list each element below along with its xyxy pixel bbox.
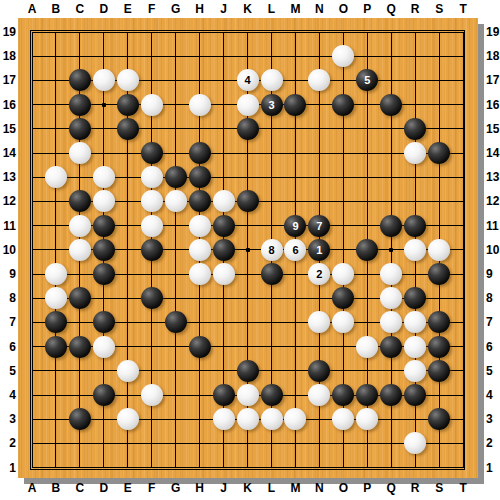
row-label-right: 4 <box>486 387 500 403</box>
stone-white[interactable] <box>117 408 139 430</box>
stone-black[interactable] <box>189 166 211 188</box>
move-number-label: 3 <box>261 94 283 116</box>
stone-black[interactable] <box>45 336 67 358</box>
col-label-top: S <box>429 1 449 17</box>
stone-black[interactable] <box>213 384 235 406</box>
stone-white[interactable] <box>117 360 139 382</box>
stone-white[interactable] <box>213 408 235 430</box>
stone-white[interactable] <box>141 94 163 116</box>
stone-white[interactable] <box>189 94 211 116</box>
col-label-top: M <box>285 1 305 17</box>
col-label-bottom: D <box>94 480 114 496</box>
move-number-label: 8 <box>261 239 283 261</box>
stone-white[interactable] <box>93 166 115 188</box>
stone-black[interactable] <box>428 263 450 285</box>
row-label-left: 8 <box>0 290 16 306</box>
stone-black[interactable] <box>69 94 91 116</box>
stone-black[interactable] <box>141 142 163 164</box>
stone-black[interactable] <box>93 215 115 237</box>
stone-black[interactable] <box>69 287 91 309</box>
col-label-top: H <box>190 1 210 17</box>
stone-white[interactable] <box>69 142 91 164</box>
row-label-right: 14 <box>486 145 500 161</box>
col-label-bottom: P <box>357 480 377 496</box>
go-board-app: AABBCCDDEEFFGGHHJJKKLLMMNNOOPPQQRRSSTT19… <box>0 0 500 500</box>
stone-white[interactable] <box>237 408 259 430</box>
col-label-bottom: K <box>238 480 258 496</box>
col-label-top: G <box>166 1 186 17</box>
stone-black[interactable] <box>189 190 211 212</box>
stone-white[interactable] <box>237 94 259 116</box>
stone-black[interactable] <box>93 384 115 406</box>
stone-black[interactable] <box>380 94 402 116</box>
col-label-bottom: G <box>166 480 186 496</box>
row-label-right: 16 <box>486 97 500 113</box>
stone-black[interactable] <box>141 287 163 309</box>
col-label-bottom: S <box>429 480 449 496</box>
row-label-left: 4 <box>0 387 16 403</box>
row-label-left: 12 <box>0 193 16 209</box>
stone-white[interactable] <box>261 408 283 430</box>
row-label-left: 16 <box>0 97 16 113</box>
stone-white[interactable]: 6 <box>284 239 306 261</box>
row-label-right: 5 <box>486 363 500 379</box>
row-label-left: 6 <box>0 339 16 355</box>
move-number-label: 2 <box>308 263 330 285</box>
stone-white[interactable]: 4 <box>237 69 259 91</box>
row-label-left: 19 <box>0 24 16 40</box>
stone-black[interactable] <box>332 94 354 116</box>
stone-black[interactable] <box>213 215 235 237</box>
row-label-left: 5 <box>0 363 16 379</box>
stone-black[interactable] <box>404 215 426 237</box>
stone-white[interactable] <box>165 190 187 212</box>
row-label-right: 7 <box>486 314 500 330</box>
stone-black[interactable] <box>93 239 115 261</box>
stone-white[interactable] <box>45 166 67 188</box>
col-label-bottom: Q <box>381 480 401 496</box>
stone-black[interactable] <box>356 239 378 261</box>
row-label-left: 7 <box>0 314 16 330</box>
stone-white[interactable] <box>45 287 67 309</box>
row-label-left: 9 <box>0 266 16 282</box>
col-label-top: T <box>453 1 473 17</box>
stone-black[interactable] <box>237 360 259 382</box>
stone-black[interactable] <box>213 239 235 261</box>
stone-black[interactable]: 9 <box>284 215 306 237</box>
row-label-left: 18 <box>0 48 16 64</box>
row-label-right: 10 <box>486 242 500 258</box>
stone-black[interactable] <box>189 336 211 358</box>
stone-white[interactable] <box>213 190 235 212</box>
stone-black[interactable] <box>261 384 283 406</box>
col-label-top: O <box>333 1 353 17</box>
star-point <box>102 103 106 107</box>
row-label-left: 11 <box>0 218 16 234</box>
col-label-top: N <box>309 1 329 17</box>
row-label-left: 1 <box>0 460 16 476</box>
stone-black[interactable] <box>165 166 187 188</box>
move-number-label: 4 <box>237 69 259 91</box>
col-label-top: A <box>22 1 42 17</box>
stone-white[interactable] <box>189 263 211 285</box>
stone-black[interactable]: 7 <box>308 215 330 237</box>
row-label-right: 13 <box>486 169 500 185</box>
col-label-top: L <box>262 1 282 17</box>
row-label-right: 9 <box>486 266 500 282</box>
col-label-bottom: N <box>309 480 329 496</box>
stone-white[interactable] <box>404 336 426 358</box>
col-label-top: P <box>357 1 377 17</box>
stone-white[interactable] <box>45 263 67 285</box>
move-number-label: 6 <box>284 239 306 261</box>
stone-black[interactable] <box>117 94 139 116</box>
col-label-top: R <box>405 1 425 17</box>
stone-white[interactable] <box>428 239 450 261</box>
stone-black[interactable]: 3 <box>261 94 283 116</box>
stone-black[interactable] <box>428 142 450 164</box>
col-label-bottom: T <box>453 480 473 496</box>
row-label-right: 8 <box>486 290 500 306</box>
row-label-right: 15 <box>486 121 500 137</box>
row-label-left: 13 <box>0 169 16 185</box>
col-label-bottom: E <box>118 480 138 496</box>
stone-black[interactable] <box>165 311 187 333</box>
stone-black[interactable] <box>189 142 211 164</box>
star-point <box>389 248 393 252</box>
star-point <box>246 248 250 252</box>
col-label-bottom: F <box>142 480 162 496</box>
move-number-label: 1 <box>308 239 330 261</box>
row-label-right: 18 <box>486 48 500 64</box>
row-label-left: 15 <box>0 121 16 137</box>
row-label-right: 11 <box>486 218 500 234</box>
stone-white[interactable] <box>356 336 378 358</box>
stone-white[interactable] <box>213 263 235 285</box>
stone-white[interactable]: 2 <box>308 263 330 285</box>
row-label-right: 6 <box>486 339 500 355</box>
stone-black[interactable] <box>141 239 163 261</box>
col-label-top: E <box>118 1 138 17</box>
stone-white[interactable] <box>93 336 115 358</box>
stone-white[interactable] <box>189 215 211 237</box>
stone-black[interactable] <box>284 94 306 116</box>
row-label-left: 10 <box>0 242 16 258</box>
stone-black[interactable] <box>261 263 283 285</box>
row-label-right: 19 <box>486 24 500 40</box>
col-label-bottom: O <box>333 480 353 496</box>
stone-black[interactable]: 1 <box>308 239 330 261</box>
stone-black[interactable] <box>69 408 91 430</box>
col-label-top: F <box>142 1 162 17</box>
stone-black[interactable] <box>404 118 426 140</box>
row-label-right: 1 <box>486 460 500 476</box>
stone-black[interactable] <box>428 336 450 358</box>
col-label-bottom: H <box>190 480 210 496</box>
stone-white[interactable] <box>141 215 163 237</box>
move-number-label: 7 <box>308 215 330 237</box>
row-label-right: 2 <box>486 435 500 451</box>
stone-white[interactable] <box>141 190 163 212</box>
col-label-bottom: C <box>70 480 90 496</box>
col-label-bottom: J <box>214 480 234 496</box>
stone-black[interactable] <box>69 336 91 358</box>
stone-black[interactable] <box>237 190 259 212</box>
move-number-label: 9 <box>284 215 306 237</box>
col-label-bottom: L <box>262 480 282 496</box>
row-label-right: 17 <box>486 72 500 88</box>
col-label-top: Q <box>381 1 401 17</box>
stone-black[interactable]: 5 <box>356 69 378 91</box>
col-label-bottom: A <box>22 480 42 496</box>
stone-black[interactable] <box>428 360 450 382</box>
row-label-right: 12 <box>486 193 500 209</box>
stone-white[interactable] <box>261 69 283 91</box>
col-label-top: J <box>214 1 234 17</box>
stone-white[interactable] <box>141 166 163 188</box>
stone-white[interactable] <box>237 384 259 406</box>
row-label-left: 3 <box>0 411 16 427</box>
stone-white[interactable] <box>404 360 426 382</box>
col-label-top: B <box>46 1 66 17</box>
stone-white[interactable] <box>189 239 211 261</box>
stone-white[interactable] <box>69 239 91 261</box>
stone-white[interactable]: 8 <box>261 239 283 261</box>
row-label-left: 17 <box>0 72 16 88</box>
stone-black[interactable] <box>380 336 402 358</box>
row-label-right: 3 <box>486 411 500 427</box>
col-label-bottom: M <box>285 480 305 496</box>
stone-white[interactable] <box>141 384 163 406</box>
row-label-left: 14 <box>0 145 16 161</box>
stone-white[interactable] <box>404 239 426 261</box>
stone-black[interactable] <box>380 215 402 237</box>
stone-black[interactable] <box>69 118 91 140</box>
move-number-label: 5 <box>356 69 378 91</box>
col-label-top: C <box>70 1 90 17</box>
row-label-left: 2 <box>0 435 16 451</box>
stone-black[interactable] <box>93 263 115 285</box>
col-label-top: D <box>94 1 114 17</box>
col-label-bottom: R <box>405 480 425 496</box>
col-label-top: K <box>238 1 258 17</box>
stone-white[interactable] <box>69 215 91 237</box>
col-label-bottom: B <box>46 480 66 496</box>
stone-black[interactable] <box>117 118 139 140</box>
stone-black[interactable] <box>237 118 259 140</box>
